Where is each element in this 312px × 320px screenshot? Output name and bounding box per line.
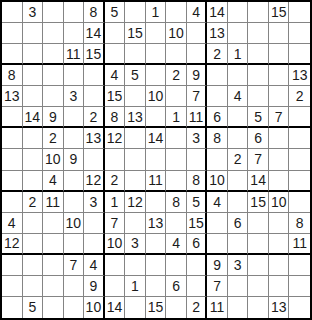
cell-r3c14-empty[interactable] <box>269 44 290 65</box>
cell-r1c15-empty[interactable] <box>289 2 310 23</box>
cell-r12c3-empty[interactable] <box>43 234 64 255</box>
cell-r3c9-empty[interactable] <box>166 44 187 65</box>
cell-r4c5-empty[interactable] <box>84 65 105 86</box>
cell-r10c14-given[interactable]: 10 <box>269 192 290 213</box>
cell-r5c3-empty[interactable] <box>43 86 64 107</box>
cell-r10c15-empty[interactable] <box>289 192 310 213</box>
cell-r1c5-given[interactable]: 8 <box>84 2 105 23</box>
cell-r3c5-given[interactable]: 15 <box>84 44 105 65</box>
cell-r2c13-empty[interactable] <box>248 23 269 44</box>
cell-r6c10-given[interactable]: 11 <box>187 107 208 128</box>
cell-r14c9-given[interactable]: 6 <box>166 276 187 297</box>
cell-r13c5-given[interactable]: 4 <box>84 255 105 276</box>
cell-r6c15-empty[interactable] <box>289 107 310 128</box>
cell-r2c3-empty[interactable] <box>43 23 64 44</box>
cell-r4c6-given[interactable]: 4 <box>105 65 126 86</box>
cell-r11c8-given[interactable]: 13 <box>146 213 167 234</box>
cell-r2c15-empty[interactable] <box>289 23 310 44</box>
cell-r12c2-empty[interactable] <box>23 234 44 255</box>
cell-r2c10-empty[interactable] <box>187 23 208 44</box>
cell-r14c2-empty[interactable] <box>23 276 44 297</box>
cell-r7c10-given[interactable]: 3 <box>187 128 208 149</box>
cell-r1c13-empty[interactable] <box>248 2 269 23</box>
cell-r8c14-empty[interactable] <box>269 149 290 170</box>
cell-r4c13-empty[interactable] <box>248 65 269 86</box>
cell-r4c11-empty[interactable] <box>207 65 228 86</box>
cell-r12c10-given[interactable]: 6 <box>187 234 208 255</box>
cell-r12c13-empty[interactable] <box>248 234 269 255</box>
cell-r6c2-given[interactable]: 14 <box>23 107 44 128</box>
cell-r2c6-empty[interactable] <box>105 23 126 44</box>
cell-r1c14-given[interactable]: 15 <box>269 2 290 23</box>
cell-r11c1-given[interactable]: 4 <box>2 213 23 234</box>
cell-r15c11-given[interactable]: 11 <box>207 297 228 318</box>
cell-r9c11-given[interactable]: 10 <box>207 171 228 192</box>
cell-r7c13-given[interactable]: 6 <box>248 128 269 149</box>
cell-r15c3-empty[interactable] <box>43 297 64 318</box>
cell-r10c4-empty[interactable] <box>64 192 85 213</box>
cell-r2c14-empty[interactable] <box>269 23 290 44</box>
cell-r9c7-empty[interactable] <box>125 171 146 192</box>
cell-r8c3-given[interactable]: 10 <box>43 149 64 170</box>
cell-r9c2-empty[interactable] <box>23 171 44 192</box>
cell-r9c9-empty[interactable] <box>166 171 187 192</box>
cell-r8c8-empty[interactable] <box>146 149 167 170</box>
cell-r9c5-given[interactable]: 12 <box>84 171 105 192</box>
cell-r5c1-given[interactable]: 13 <box>2 86 23 107</box>
cell-r10c5-given[interactable]: 3 <box>84 192 105 213</box>
cell-r1c9-empty[interactable] <box>166 2 187 23</box>
sudoku-board: 3851414151415101311152184529131331510742… <box>0 0 312 320</box>
cell-r15c2-given[interactable]: 5 <box>23 297 44 318</box>
cell-r1c11-given[interactable]: 14 <box>207 2 228 23</box>
cell-r10c12-empty[interactable] <box>228 192 249 213</box>
cell-r4c7-given[interactable]: 5 <box>125 65 146 86</box>
cell-r12c8-empty[interactable] <box>146 234 167 255</box>
cell-r2c2-empty[interactable] <box>23 23 44 44</box>
cell-r15c14-given[interactable]: 13 <box>269 297 290 318</box>
cell-r6c12-empty[interactable] <box>228 107 249 128</box>
cell-r3c4-given[interactable]: 11 <box>64 44 85 65</box>
cell-r8c1-empty[interactable] <box>2 149 23 170</box>
cell-r8c10-empty[interactable] <box>187 149 208 170</box>
cell-r14c1-empty[interactable] <box>2 276 23 297</box>
cell-r1c6-given[interactable]: 5 <box>105 2 126 23</box>
cell-r14c3-empty[interactable] <box>43 276 64 297</box>
cell-r12c14-empty[interactable] <box>269 234 290 255</box>
cell-r13c3-empty[interactable] <box>43 255 64 276</box>
cell-r12c6-given[interactable]: 10 <box>105 234 126 255</box>
cell-r3c1-empty[interactable] <box>2 44 23 65</box>
cell-r2c5-given[interactable]: 14 <box>84 23 105 44</box>
cell-r6c6-given[interactable]: 8 <box>105 107 126 128</box>
cell-r7c11-given[interactable]: 8 <box>207 128 228 149</box>
cell-r13c1-empty[interactable] <box>2 255 23 276</box>
cell-r2c4-empty[interactable] <box>64 23 85 44</box>
cell-r4c4-empty[interactable] <box>64 65 85 86</box>
cell-r10c7-given[interactable]: 12 <box>125 192 146 213</box>
cell-r6c1-empty[interactable] <box>2 107 23 128</box>
cell-r10c2-given[interactable]: 2 <box>23 192 44 213</box>
cell-r5c11-empty[interactable] <box>207 86 228 107</box>
cell-r15c9-empty[interactable] <box>166 297 187 318</box>
cell-r6c7-given[interactable]: 13 <box>125 107 146 128</box>
cell-r3c7-empty[interactable] <box>125 44 146 65</box>
cell-r12c12-empty[interactable] <box>228 234 249 255</box>
cell-r8c12-given[interactable]: 2 <box>228 149 249 170</box>
cell-r8c7-empty[interactable] <box>125 149 146 170</box>
cell-r11c3-empty[interactable] <box>43 213 64 234</box>
cell-r5c2-empty[interactable] <box>23 86 44 107</box>
cell-r2c1-empty[interactable] <box>2 23 23 44</box>
cell-r10c6-given[interactable]: 1 <box>105 192 126 213</box>
cell-r2c7-given[interactable]: 15 <box>125 23 146 44</box>
cell-r11c13-empty[interactable] <box>248 213 269 234</box>
cell-r9c14-empty[interactable] <box>269 171 290 192</box>
cell-r11c4-given[interactable]: 10 <box>64 213 85 234</box>
cell-r12c9-given[interactable]: 4 <box>166 234 187 255</box>
cell-r12c15-given[interactable]: 11 <box>289 234 310 255</box>
cell-r15c10-given[interactable]: 2 <box>187 297 208 318</box>
cell-r2c11-given[interactable]: 13 <box>207 23 228 44</box>
cell-r4c12-empty[interactable] <box>228 65 249 86</box>
cell-r11c5-empty[interactable] <box>84 213 105 234</box>
cell-r14c11-given[interactable]: 7 <box>207 276 228 297</box>
cell-r4c1-given[interactable]: 8 <box>2 65 23 86</box>
cell-r7c15-empty[interactable] <box>289 128 310 149</box>
cell-r9c4-empty[interactable] <box>64 171 85 192</box>
cell-r6c3-given[interactable]: 9 <box>43 107 64 128</box>
cell-r10c3-given[interactable]: 11 <box>43 192 64 213</box>
cell-r14c4-empty[interactable] <box>64 276 85 297</box>
cell-r5c10-given[interactable]: 7 <box>187 86 208 107</box>
cell-r8c4-given[interactable]: 9 <box>64 149 85 170</box>
cell-r14c14-empty[interactable] <box>269 276 290 297</box>
cell-r12c1-given[interactable]: 12 <box>2 234 23 255</box>
cell-r6c8-empty[interactable] <box>146 107 167 128</box>
cell-r13c8-empty[interactable] <box>146 255 167 276</box>
cell-r15c6-given[interactable]: 14 <box>105 297 126 318</box>
cell-r15c15-empty[interactable] <box>289 297 310 318</box>
cell-r6c11-given[interactable]: 6 <box>207 107 228 128</box>
cell-r11c14-empty[interactable] <box>269 213 290 234</box>
cell-r2c8-empty[interactable] <box>146 23 167 44</box>
cell-r4c9-given[interactable]: 2 <box>166 65 187 86</box>
cell-r5c4-given[interactable]: 3 <box>64 86 85 107</box>
cell-r3c10-empty[interactable] <box>187 44 208 65</box>
cell-r6c4-empty[interactable] <box>64 107 85 128</box>
cell-r7c7-empty[interactable] <box>125 128 146 149</box>
cell-r11c2-empty[interactable] <box>23 213 44 234</box>
cell-r2c9-given[interactable]: 10 <box>166 23 187 44</box>
cell-r12c4-empty[interactable] <box>64 234 85 255</box>
cell-r12c11-empty[interactable] <box>207 234 228 255</box>
cell-r1c8-given[interactable]: 1 <box>146 2 167 23</box>
cell-r3c2-empty[interactable] <box>23 44 44 65</box>
cell-r11c7-empty[interactable] <box>125 213 146 234</box>
cell-r1c12-empty[interactable] <box>228 2 249 23</box>
cell-r6c5-given[interactable]: 2 <box>84 107 105 128</box>
cell-r14c8-empty[interactable] <box>146 276 167 297</box>
cell-r1c10-given[interactable]: 4 <box>187 2 208 23</box>
cell-r10c11-given[interactable]: 4 <box>207 192 228 213</box>
cell-r3c12-given[interactable]: 1 <box>228 44 249 65</box>
cell-r10c10-given[interactable]: 5 <box>187 192 208 213</box>
cell-r4c14-empty[interactable] <box>269 65 290 86</box>
cell-r5c12-given[interactable]: 4 <box>228 86 249 107</box>
cell-r7c3-given[interactable]: 2 <box>43 128 64 149</box>
cell-r5c9-empty[interactable] <box>166 86 187 107</box>
cell-r7c14-empty[interactable] <box>269 128 290 149</box>
cell-r9c8-given[interactable]: 11 <box>146 171 167 192</box>
cell-r9c13-given[interactable]: 14 <box>248 171 269 192</box>
cell-r1c2-given[interactable]: 3 <box>23 2 44 23</box>
cell-r4c3-empty[interactable] <box>43 65 64 86</box>
cell-r8c11-empty[interactable] <box>207 149 228 170</box>
cell-r3c3-empty[interactable] <box>43 44 64 65</box>
cell-r1c7-empty[interactable] <box>125 2 146 23</box>
cell-r8c5-empty[interactable] <box>84 149 105 170</box>
cell-r9c1-empty[interactable] <box>2 171 23 192</box>
cell-r4c8-empty[interactable] <box>146 65 167 86</box>
cell-r5c6-given[interactable]: 15 <box>105 86 126 107</box>
cell-r11c9-empty[interactable] <box>166 213 187 234</box>
cell-r7c6-given[interactable]: 12 <box>105 128 126 149</box>
cell-r6c13-given[interactable]: 5 <box>248 107 269 128</box>
cell-r6c14-given[interactable]: 7 <box>269 107 290 128</box>
cell-r13c6-empty[interactable] <box>105 255 126 276</box>
cell-r7c1-empty[interactable] <box>2 128 23 149</box>
cell-r11c6-given[interactable]: 7 <box>105 213 126 234</box>
cell-r8c9-empty[interactable] <box>166 149 187 170</box>
cell-r4c15-given[interactable]: 13 <box>289 65 310 86</box>
cell-r9c10-given[interactable]: 8 <box>187 171 208 192</box>
cell-r13c12-given[interactable]: 3 <box>228 255 249 276</box>
cell-r10c13-given[interactable]: 15 <box>248 192 269 213</box>
cell-r13c2-empty[interactable] <box>23 255 44 276</box>
cell-r7c4-empty[interactable] <box>64 128 85 149</box>
cell-r3c11-given[interactable]: 2 <box>207 44 228 65</box>
cell-r12c7-given[interactable]: 3 <box>125 234 146 255</box>
cell-r5c5-empty[interactable] <box>84 86 105 107</box>
cell-r15c1-empty[interactable] <box>2 297 23 318</box>
cell-r13c15-empty[interactable] <box>289 255 310 276</box>
cell-r4c2-empty[interactable] <box>23 65 44 86</box>
cell-r15c8-given[interactable]: 15 <box>146 297 167 318</box>
cell-r13c11-given[interactable]: 9 <box>207 255 228 276</box>
cell-r5c7-empty[interactable] <box>125 86 146 107</box>
cell-r1c1-empty[interactable] <box>2 2 23 23</box>
cell-r10c9-given[interactable]: 8 <box>166 192 187 213</box>
cell-r14c13-empty[interactable] <box>248 276 269 297</box>
cell-r13c4-given[interactable]: 7 <box>64 255 85 276</box>
cell-r8c15-empty[interactable] <box>289 149 310 170</box>
cell-r9c15-empty[interactable] <box>289 171 310 192</box>
cell-r11c11-empty[interactable] <box>207 213 228 234</box>
cell-r14c7-given[interactable]: 1 <box>125 276 146 297</box>
cell-r3c13-empty[interactable] <box>248 44 269 65</box>
cell-r6c9-given[interactable]: 1 <box>166 107 187 128</box>
cell-r7c8-given[interactable]: 14 <box>146 128 167 149</box>
cell-r11c12-given[interactable]: 6 <box>228 213 249 234</box>
cell-r13c13-empty[interactable] <box>248 255 269 276</box>
cell-r7c2-empty[interactable] <box>23 128 44 149</box>
cell-r5c8-given[interactable]: 10 <box>146 86 167 107</box>
cell-r7c9-empty[interactable] <box>166 128 187 149</box>
cell-r9c6-given[interactable]: 2 <box>105 171 126 192</box>
cell-r5c14-empty[interactable] <box>269 86 290 107</box>
cell-r14c6-empty[interactable] <box>105 276 126 297</box>
cell-r3c8-empty[interactable] <box>146 44 167 65</box>
cell-r1c3-empty[interactable] <box>43 2 64 23</box>
cell-r9c12-empty[interactable] <box>228 171 249 192</box>
cell-r9c3-given[interactable]: 4 <box>43 171 64 192</box>
cell-r7c12-empty[interactable] <box>228 128 249 149</box>
cell-r8c13-given[interactable]: 7 <box>248 149 269 170</box>
cell-r2c12-empty[interactable] <box>228 23 249 44</box>
cell-r12c5-empty[interactable] <box>84 234 105 255</box>
cell-r15c13-empty[interactable] <box>248 297 269 318</box>
cell-r14c10-empty[interactable] <box>187 276 208 297</box>
cell-r14c5-given[interactable]: 9 <box>84 276 105 297</box>
cell-r3c15-empty[interactable] <box>289 44 310 65</box>
cell-r10c1-empty[interactable] <box>2 192 23 213</box>
cell-r15c5-given[interactable]: 10 <box>84 297 105 318</box>
cell-r14c12-empty[interactable] <box>228 276 249 297</box>
cell-r7c5-given[interactable]: 13 <box>84 128 105 149</box>
cell-r14c15-empty[interactable] <box>289 276 310 297</box>
cell-r11c10-given[interactable]: 15 <box>187 213 208 234</box>
cell-r15c7-empty[interactable] <box>125 297 146 318</box>
cell-r15c12-empty[interactable] <box>228 297 249 318</box>
cell-r8c2-empty[interactable] <box>23 149 44 170</box>
cell-r15c4-empty[interactable] <box>64 297 85 318</box>
cell-r13c14-empty[interactable] <box>269 255 290 276</box>
cell-r8c6-empty[interactable] <box>105 149 126 170</box>
cell-r3c6-empty[interactable] <box>105 44 126 65</box>
cell-r4c10-given[interactable]: 9 <box>187 65 208 86</box>
cell-r5c13-empty[interactable] <box>248 86 269 107</box>
cell-r13c10-empty[interactable] <box>187 255 208 276</box>
cell-r13c7-empty[interactable] <box>125 255 146 276</box>
cell-r11c15-given[interactable]: 8 <box>289 213 310 234</box>
cell-r1c4-empty[interactable] <box>64 2 85 23</box>
cell-r10c8-empty[interactable] <box>146 192 167 213</box>
cell-r5c15-given[interactable]: 2 <box>289 86 310 107</box>
cell-r13c9-empty[interactable] <box>166 255 187 276</box>
